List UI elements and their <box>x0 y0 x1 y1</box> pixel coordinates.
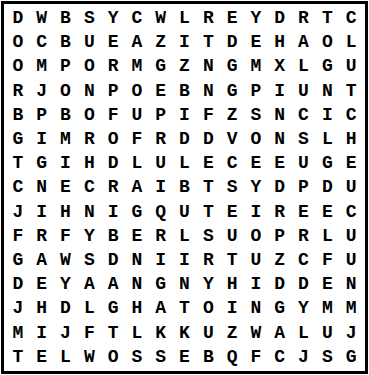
grid-cell[interactable]: M <box>54 127 78 151</box>
grid-cell[interactable]: I <box>149 248 173 272</box>
grid-cell[interactable]: R <box>30 224 54 248</box>
grid-cell[interactable]: Q <box>149 200 173 224</box>
grid-cell[interactable]: O <box>101 127 125 151</box>
grid-cell[interactable]: L <box>173 151 197 175</box>
grid-cell[interactable]: O <box>77 103 101 127</box>
grid-cell[interactable]: H <box>77 151 101 175</box>
grid-cell[interactable]: L <box>125 321 149 345</box>
grid-cell[interactable]: Z <box>220 321 244 345</box>
grid-cell[interactable]: E <box>220 6 244 30</box>
grid-cell[interactable]: B <box>54 6 78 30</box>
grid-cell[interactable]: N <box>315 79 339 103</box>
grid-cell[interactable]: D <box>6 272 30 296</box>
grid-cell[interactable]: H <box>30 296 54 320</box>
grid-cell[interactable]: K <box>149 321 173 345</box>
grid-cell[interactable]: T <box>220 248 244 272</box>
grid-cell[interactable]: D <box>268 175 292 199</box>
grid-cell[interactable]: H <box>125 296 149 320</box>
grid-cell[interactable]: Y <box>77 224 101 248</box>
grid-cell[interactable]: O <box>125 79 149 103</box>
grid-cell[interactable]: U <box>339 248 363 272</box>
grid-cell[interactable]: E <box>196 151 220 175</box>
grid-cell[interactable]: L <box>173 6 197 30</box>
grid-cell[interactable]: B <box>173 175 197 199</box>
grid-cell[interactable]: A <box>125 30 149 54</box>
grid-cell[interactable]: U <box>339 224 363 248</box>
grid-cell[interactable]: I <box>149 175 173 199</box>
grid-cell[interactable]: F <box>125 127 149 151</box>
grid-cell[interactable]: I <box>244 200 268 224</box>
grid-cell[interactable]: O <box>54 79 78 103</box>
grid-cell[interactable]: C <box>125 6 149 30</box>
grid-cell[interactable]: Y <box>244 175 268 199</box>
grid-cell[interactable]: H <box>220 272 244 296</box>
grid-cell[interactable]: N <box>30 175 54 199</box>
grid-cell[interactable]: D <box>268 272 292 296</box>
grid-cell[interactable]: E <box>268 151 292 175</box>
word-search-grid: DWBSYCWLREYDRTCOCBUEAZITDEHAOLOMPORMGZNG… <box>6 6 363 369</box>
grid-cell[interactable]: D <box>220 30 244 54</box>
grid-cell[interactable]: S <box>220 175 244 199</box>
grid-cell[interactable]: B <box>196 345 220 369</box>
grid-cell[interactable]: J <box>6 296 30 320</box>
grid-cell[interactable]: B <box>101 224 125 248</box>
grid-cell[interactable]: I <box>30 200 54 224</box>
grid-cell[interactable]: E <box>125 224 149 248</box>
grid-cell[interactable]: C <box>268 345 292 369</box>
grid-cell[interactable]: G <box>268 296 292 320</box>
grid-cell[interactable]: U <box>292 151 316 175</box>
grid-cell[interactable]: S <box>77 248 101 272</box>
grid-cell[interactable]: B <box>173 79 197 103</box>
grid-cell[interactable]: N <box>196 54 220 78</box>
grid-cell[interactable]: N <box>268 103 292 127</box>
grid-cell[interactable]: Y <box>54 272 78 296</box>
grid-cell[interactable]: Y <box>292 296 316 320</box>
grid-cell[interactable]: F <box>101 103 125 127</box>
grid-cell[interactable]: F <box>77 321 101 345</box>
grid-cell[interactable]: A <box>30 248 54 272</box>
grid-cell[interactable]: P <box>292 175 316 199</box>
grid-cell[interactable]: E <box>315 200 339 224</box>
grid-cell[interactable]: C <box>30 30 54 54</box>
grid-cell[interactable]: L <box>292 321 316 345</box>
grid-cell[interactable]: J <box>30 79 54 103</box>
grid-cell[interactable]: A <box>268 321 292 345</box>
grid-cell[interactable]: R <box>101 54 125 78</box>
grid-cell[interactable]: P <box>101 79 125 103</box>
grid-cell[interactable]: C <box>77 175 101 199</box>
grid-cell[interactable]: G <box>30 151 54 175</box>
grid-cell[interactable]: O <box>315 30 339 54</box>
grid-cell[interactable]: F <box>54 224 78 248</box>
grid-cell[interactable]: O <box>101 345 125 369</box>
grid-cell[interactable]: J <box>292 345 316 369</box>
grid-cell[interactable]: B <box>54 30 78 54</box>
grid-cell[interactable]: T <box>339 79 363 103</box>
grid-cell[interactable]: T <box>196 30 220 54</box>
grid-cell[interactable]: B <box>6 103 30 127</box>
grid-cell[interactable]: M <box>315 296 339 320</box>
grid-cell[interactable]: N <box>196 79 220 103</box>
grid-cell[interactable]: C <box>339 103 363 127</box>
grid-cell[interactable]: C <box>220 151 244 175</box>
grid-cell[interactable]: N <box>244 296 268 320</box>
grid-cell[interactable]: D <box>292 272 316 296</box>
grid-cell[interactable]: C <box>339 200 363 224</box>
grid-cell[interactable]: D <box>268 6 292 30</box>
grid-cell[interactable]: E <box>244 151 268 175</box>
grid-cell[interactable]: D <box>173 127 197 151</box>
grid-cell[interactable]: T <box>6 151 30 175</box>
grid-cell[interactable]: I <box>315 103 339 127</box>
grid-cell[interactable]: E <box>315 272 339 296</box>
grid-cell[interactable]: G <box>149 272 173 296</box>
grid-cell[interactable]: D <box>101 151 125 175</box>
grid-cell[interactable]: X <box>268 54 292 78</box>
grid-cell[interactable]: P <box>149 103 173 127</box>
grid-cell[interactable]: A <box>292 30 316 54</box>
grid-cell[interactable]: S <box>292 127 316 151</box>
grid-cell[interactable]: I <box>173 30 197 54</box>
grid-cell[interactable]: M <box>6 321 30 345</box>
grid-cell[interactable]: R <box>149 224 173 248</box>
grid-cell[interactable]: L <box>292 54 316 78</box>
grid-cell[interactable]: U <box>77 30 101 54</box>
grid-cell[interactable]: O <box>6 54 30 78</box>
grid-cell[interactable]: E <box>339 151 363 175</box>
grid-cell[interactable]: I <box>54 151 78 175</box>
grid-cell[interactable]: R <box>149 127 173 151</box>
grid-cell[interactable]: R <box>101 175 125 199</box>
grid-cell[interactable]: F <box>315 248 339 272</box>
grid-cell[interactable]: A <box>125 175 149 199</box>
grid-cell[interactable]: E <box>220 200 244 224</box>
grid-cell[interactable]: H <box>268 30 292 54</box>
grid-cell[interactable]: G <box>220 79 244 103</box>
grid-cell[interactable]: E <box>101 30 125 54</box>
grid-cell[interactable]: E <box>30 345 54 369</box>
grid-cell[interactable]: U <box>149 151 173 175</box>
grid-cell[interactable]: P <box>30 103 54 127</box>
grid-cell[interactable]: H <box>339 127 363 151</box>
grid-cell[interactable]: V <box>220 127 244 151</box>
grid-cell[interactable]: M <box>30 54 54 78</box>
grid-cell[interactable]: S <box>315 345 339 369</box>
grid-cell[interactable]: B <box>54 103 78 127</box>
grid-cell[interactable]: U <box>173 200 197 224</box>
grid-cell[interactable]: T <box>101 321 125 345</box>
grid-cell[interactable]: F <box>6 224 30 248</box>
grid-cell[interactable]: D <box>6 6 30 30</box>
grid-cell[interactable]: C <box>6 175 30 199</box>
grid-cell[interactable]: E <box>30 272 54 296</box>
grid-cell[interactable]: A <box>77 272 101 296</box>
grid-cell[interactable]: T <box>196 175 220 199</box>
grid-cell[interactable]: G <box>315 151 339 175</box>
grid-cell[interactable]: F <box>196 103 220 127</box>
grid-cell[interactable]: P <box>244 79 268 103</box>
grid-cell[interactable]: I <box>244 272 268 296</box>
grid-cell[interactable]: N <box>77 79 101 103</box>
grid-cell[interactable]: R <box>292 224 316 248</box>
word-search-board: DWBSYCWLREYDRTCOCBUEAZITDEHAOLOMPORMGZNG… <box>1 1 368 374</box>
grid-cell[interactable]: W <box>244 321 268 345</box>
grid-cell[interactable]: D <box>54 296 78 320</box>
grid-cell[interactable]: O <box>77 54 101 78</box>
grid-cell[interactable]: N <box>77 200 101 224</box>
grid-cell[interactable]: C <box>292 248 316 272</box>
grid-cell[interactable]: E <box>173 345 197 369</box>
grid-cell[interactable]: N <box>125 248 149 272</box>
grid-cell[interactable]: Z <box>149 30 173 54</box>
grid-cell[interactable]: U <box>292 79 316 103</box>
grid-cell[interactable]: L <box>125 151 149 175</box>
grid-cell[interactable]: U <box>220 224 244 248</box>
grid-cell[interactable]: L <box>54 345 78 369</box>
grid-cell[interactable]: T <box>6 345 30 369</box>
grid-cell[interactable]: G <box>6 248 30 272</box>
grid-cell[interactable]: I <box>30 321 54 345</box>
grid-cell[interactable]: R <box>6 79 30 103</box>
grid-cell[interactable]: D <box>196 127 220 151</box>
grid-cell[interactable]: A <box>149 296 173 320</box>
grid-cell[interactable]: G <box>339 345 363 369</box>
grid-cell[interactable]: T <box>315 6 339 30</box>
grid-cell[interactable]: H <box>54 200 78 224</box>
grid-cell[interactable]: U <box>244 248 268 272</box>
grid-cell[interactable]: D <box>315 175 339 199</box>
grid-cell[interactable]: I <box>101 200 125 224</box>
grid-cell[interactable]: N <box>125 272 149 296</box>
grid-cell[interactable]: E <box>244 30 268 54</box>
grid-cell[interactable]: L <box>315 127 339 151</box>
grid-cell[interactable]: Q <box>220 345 244 369</box>
grid-cell[interactable]: J <box>6 200 30 224</box>
grid-cell[interactable]: M <box>244 54 268 78</box>
grid-cell[interactable]: Y <box>244 6 268 30</box>
grid-cell[interactable]: I <box>173 103 197 127</box>
grid-cell[interactable]: G <box>101 296 125 320</box>
grid-cell[interactable]: U <box>196 321 220 345</box>
grid-cell[interactable]: I <box>268 79 292 103</box>
grid-cell[interactable]: F <box>244 345 268 369</box>
grid-cell[interactable]: P <box>54 54 78 78</box>
grid-cell[interactable]: P <box>268 224 292 248</box>
grid-cell[interactable]: M <box>339 296 363 320</box>
grid-cell[interactable]: N <box>268 127 292 151</box>
grid-cell[interactable]: L <box>173 224 197 248</box>
grid-cell[interactable]: A <box>101 272 125 296</box>
grid-cell[interactable]: G <box>220 54 244 78</box>
grid-cell[interactable]: U <box>125 103 149 127</box>
grid-cell[interactable]: K <box>173 321 197 345</box>
grid-cell[interactable]: S <box>149 345 173 369</box>
grid-cell[interactable]: S <box>77 6 101 30</box>
grid-cell[interactable]: G <box>149 54 173 78</box>
grid-cell[interactable]: J <box>54 321 78 345</box>
grid-cell[interactable]: Z <box>268 248 292 272</box>
grid-cell[interactable]: W <box>149 6 173 30</box>
grid-cell[interactable]: W <box>77 345 101 369</box>
grid-cell[interactable]: T <box>173 296 197 320</box>
grid-cell[interactable]: Z <box>173 54 197 78</box>
grid-cell[interactable]: W <box>54 248 78 272</box>
grid-cell[interactable]: L <box>315 224 339 248</box>
grid-cell[interactable]: C <box>339 6 363 30</box>
grid-cell[interactable]: R <box>196 248 220 272</box>
grid-cell[interactable]: U <box>339 54 363 78</box>
grid-cell[interactable]: N <box>173 272 197 296</box>
grid-cell[interactable]: I <box>220 296 244 320</box>
grid-cell[interactable]: W <box>30 6 54 30</box>
grid-cell[interactable]: R <box>268 200 292 224</box>
grid-cell[interactable]: U <box>339 175 363 199</box>
grid-cell[interactable]: S <box>196 224 220 248</box>
grid-cell[interactable]: O <box>244 127 268 151</box>
grid-cell[interactable]: I <box>30 127 54 151</box>
grid-cell[interactable]: D <box>101 248 125 272</box>
grid-cell[interactable]: R <box>77 127 101 151</box>
grid-cell[interactable]: J <box>339 321 363 345</box>
grid-cell[interactable]: S <box>125 345 149 369</box>
grid-cell[interactable]: Y <box>196 272 220 296</box>
grid-cell[interactable]: O <box>244 224 268 248</box>
grid-cell[interactable]: G <box>315 54 339 78</box>
grid-cell[interactable]: R <box>292 6 316 30</box>
grid-cell[interactable]: C <box>292 103 316 127</box>
grid-cell[interactable]: I <box>173 248 197 272</box>
grid-cell[interactable]: N <box>339 272 363 296</box>
grid-cell[interactable]: Y <box>101 6 125 30</box>
grid-cell[interactable]: M <box>125 54 149 78</box>
grid-cell[interactable]: E <box>149 79 173 103</box>
grid-cell[interactable]: L <box>339 30 363 54</box>
grid-cell[interactable]: Z <box>220 103 244 127</box>
grid-cell[interactable]: O <box>6 30 30 54</box>
grid-cell[interactable]: L <box>77 296 101 320</box>
grid-cell[interactable]: U <box>315 321 339 345</box>
grid-cell[interactable]: S <box>244 103 268 127</box>
grid-cell[interactable]: G <box>125 200 149 224</box>
grid-cell[interactable]: G <box>6 127 30 151</box>
grid-cell[interactable]: T <box>196 200 220 224</box>
grid-cell[interactable]: E <box>292 200 316 224</box>
grid-cell[interactable]: E <box>54 175 78 199</box>
grid-cell[interactable]: O <box>196 296 220 320</box>
grid-cell[interactable]: R <box>196 6 220 30</box>
